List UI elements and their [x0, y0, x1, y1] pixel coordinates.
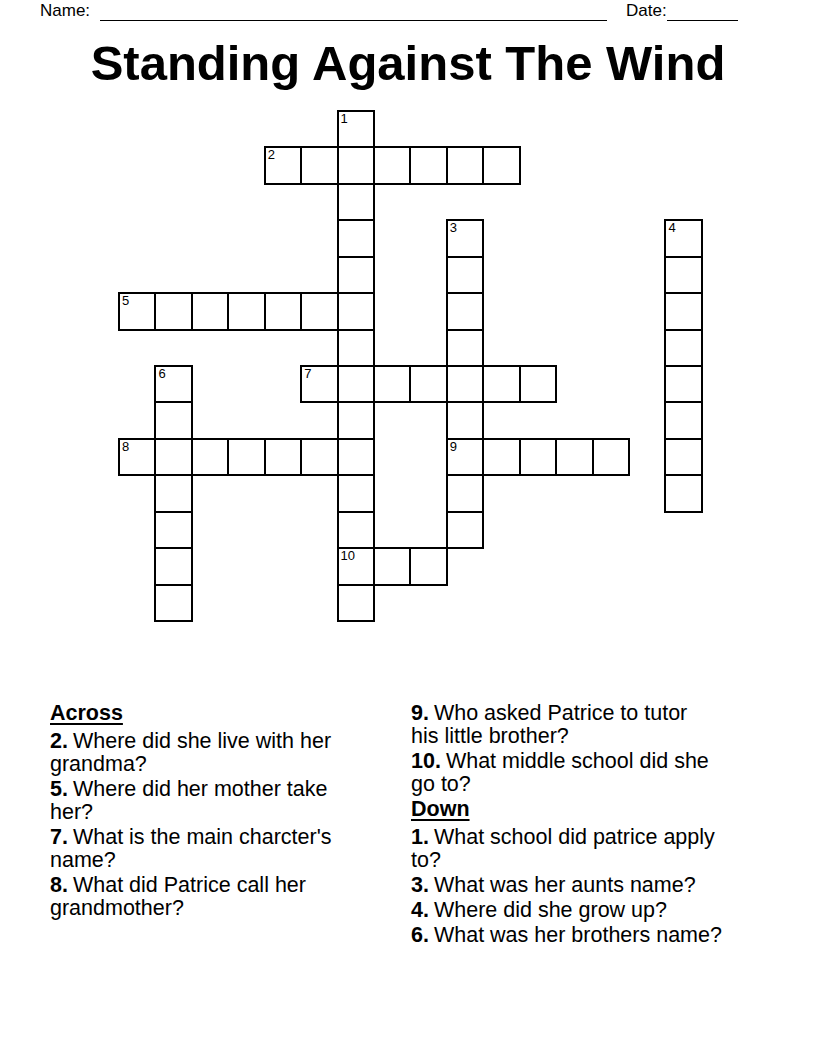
- clue-3: 3.What was her aunts name?: [411, 874, 801, 897]
- grid-cell[interactable]: [337, 183, 375, 221]
- clue-number-label: 4.: [411, 898, 429, 922]
- grid-cell[interactable]: [227, 292, 265, 330]
- worksheet-page: Name: Date: Standing Against The Wind 12…: [0, 0, 816, 1056]
- cell-number: 5: [122, 294, 129, 308]
- grid-cell[interactable]: [664, 329, 702, 367]
- grid-cell[interactable]: [446, 401, 484, 439]
- grid-cell[interactable]: [337, 365, 375, 403]
- grid-cell[interactable]: [446, 511, 484, 549]
- grid-cell[interactable]: 10: [337, 547, 375, 585]
- clue-text: Who asked Patrice to tutor his little br…: [411, 701, 687, 748]
- grid-cell[interactable]: [227, 438, 265, 476]
- grid-cell[interactable]: 4: [664, 219, 702, 257]
- down-heading: Down: [411, 798, 801, 821]
- clue-number-label: 9.: [411, 701, 429, 725]
- grid-cell[interactable]: [446, 474, 484, 512]
- grid-cell[interactable]: [337, 219, 375, 257]
- grid-cell[interactable]: [446, 146, 484, 184]
- clue-text: What was her brothers name?: [434, 923, 722, 947]
- grid-cell[interactable]: [373, 146, 411, 184]
- clue-text: Where did she live with her grandma?: [50, 729, 331, 776]
- grid-cell[interactable]: 3: [446, 219, 484, 257]
- grid-cell[interactable]: [664, 474, 702, 512]
- grid-cell[interactable]: 1: [337, 110, 375, 148]
- cell-number: 7: [304, 367, 311, 381]
- clue-8: 8.What did Patrice call her grandmother?: [50, 874, 405, 920]
- grid-cell[interactable]: [154, 511, 192, 549]
- grid-cell[interactable]: [446, 256, 484, 294]
- grid-cell[interactable]: [519, 365, 557, 403]
- clue-number-label: 8.: [50, 873, 68, 897]
- grid-cell[interactable]: 5: [118, 292, 156, 330]
- grid-cell[interactable]: [592, 438, 630, 476]
- grid-cell[interactable]: [664, 438, 702, 476]
- grid-cell[interactable]: [446, 365, 484, 403]
- clue-number-label: 7.: [50, 825, 68, 849]
- grid-cell[interactable]: [264, 438, 302, 476]
- grid-cell[interactable]: 7: [300, 365, 338, 403]
- grid-cell[interactable]: [337, 256, 375, 294]
- cell-number: 4: [668, 221, 675, 235]
- clue-text: Where did her mother take her?: [50, 777, 327, 824]
- grid-cell[interactable]: [337, 329, 375, 367]
- grid-cell[interactable]: 2: [264, 146, 302, 184]
- clue-6: 6.What was her brothers name?: [411, 924, 801, 947]
- grid-cell[interactable]: [191, 438, 229, 476]
- grid-cell[interactable]: 6: [154, 365, 192, 403]
- across-heading: Across: [50, 702, 405, 725]
- clue-2: 2.Where did she live with her grandma?: [50, 730, 405, 776]
- grid-cell[interactable]: [664, 365, 702, 403]
- grid-cell[interactable]: [154, 401, 192, 439]
- grid-cell[interactable]: [409, 146, 447, 184]
- clue-text: What was her aunts name?: [434, 873, 696, 897]
- grid-cell[interactable]: [409, 547, 447, 585]
- cell-number: 6: [158, 367, 165, 381]
- grid-cell[interactable]: [300, 292, 338, 330]
- clue-text: Where did she grow up?: [434, 898, 667, 922]
- clue-number-label: 10.: [411, 749, 441, 773]
- grid-cell[interactable]: [264, 292, 302, 330]
- clues-column-left: Across2.Where did she live with her gran…: [50, 702, 405, 922]
- grid-cell[interactable]: [154, 292, 192, 330]
- grid-cell[interactable]: [446, 329, 484, 367]
- clue-10: 10.What middle school did she go to?: [411, 750, 801, 796]
- clue-number-label: 6.: [411, 923, 429, 947]
- grid-cell[interactable]: [664, 256, 702, 294]
- grid-cell[interactable]: [373, 365, 411, 403]
- clue-9: 9.Who asked Patrice to tutor his little …: [411, 702, 801, 748]
- clue-number-label: 3.: [411, 873, 429, 897]
- clue-7: 7.What is the main charcter's name?: [50, 826, 405, 872]
- clue-text: What is the main charcter's name?: [50, 825, 332, 872]
- clue-text: What did Patrice call her grandmother?: [50, 873, 306, 920]
- cell-number: 10: [341, 549, 355, 563]
- grid-cell[interactable]: [300, 146, 338, 184]
- grid-cell[interactable]: [154, 547, 192, 585]
- grid-cell[interactable]: [337, 401, 375, 439]
- clue-text: What school did patrice apply to?: [411, 825, 715, 872]
- grid-cell[interactable]: [555, 438, 593, 476]
- cell-number: 9: [450, 440, 457, 454]
- clue-number-label: 2.: [50, 729, 68, 753]
- grid-cell[interactable]: [300, 438, 338, 476]
- grid-cell[interactable]: [337, 438, 375, 476]
- clue-1: 1.What school did patrice apply to?: [411, 826, 801, 872]
- cell-number: 1: [341, 112, 348, 126]
- grid-cell[interactable]: [482, 146, 520, 184]
- grid-cell[interactable]: [446, 292, 484, 330]
- grid-cell[interactable]: [154, 584, 192, 622]
- grid-cell[interactable]: [482, 365, 520, 403]
- clue-number-label: 1.: [411, 825, 429, 849]
- grid-cell[interactable]: [373, 547, 411, 585]
- grid-cell[interactable]: [191, 292, 229, 330]
- grid-cell[interactable]: [154, 474, 192, 512]
- clue-number-label: 5.: [50, 777, 68, 801]
- grid-cell[interactable]: [337, 146, 375, 184]
- grid-cell[interactable]: 9: [446, 438, 484, 476]
- clue-text: What middle school did she go to?: [411, 749, 709, 796]
- grid-cell[interactable]: [664, 292, 702, 330]
- cell-number: 2: [268, 148, 275, 162]
- grid-cell[interactable]: [337, 474, 375, 512]
- grid-cell[interactable]: [664, 401, 702, 439]
- grid-cell[interactable]: [337, 292, 375, 330]
- grid-cell[interactable]: [519, 438, 557, 476]
- crossword-grid: 12345678910: [0, 0, 816, 700]
- cell-number: 8: [122, 440, 129, 454]
- cell-number: 3: [450, 221, 457, 235]
- clue-5: 5.Where did her mother take her?: [50, 778, 405, 824]
- grid-cell[interactable]: [154, 438, 192, 476]
- grid-cell[interactable]: 8: [118, 438, 156, 476]
- grid-cell[interactable]: [337, 584, 375, 622]
- grid-cell[interactable]: [409, 365, 447, 403]
- clue-4: 4.Where did she grow up?: [411, 899, 801, 922]
- clues-column-right: 9.Who asked Patrice to tutor his little …: [411, 702, 801, 949]
- grid-cell[interactable]: [482, 438, 520, 476]
- grid-cell[interactable]: [337, 511, 375, 549]
